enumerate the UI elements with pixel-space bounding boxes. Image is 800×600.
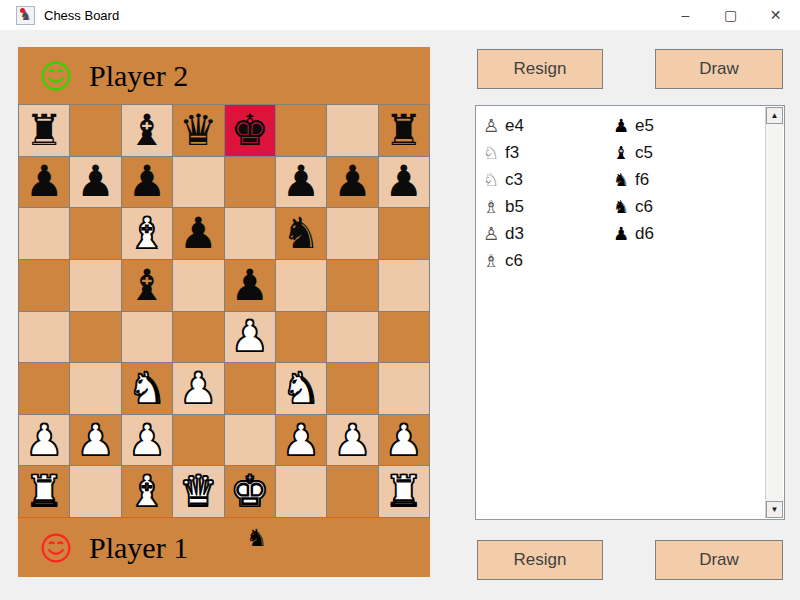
piece-white-pawn[interactable]: ♟ [128,419,167,462]
piece-white-bishop[interactable]: ♝ [128,470,167,513]
app-icon: ♞ [16,6,35,25]
white-piece-icon: ♘ [483,171,505,189]
square-f6[interactable]: ♞ [276,208,326,259]
player2-bar: Player 2 [18,47,430,104]
titlebar: ♞ Chess Board – ▢ ✕ [0,0,800,30]
square-f7[interactable]: ♟ [276,157,326,208]
board-panel: Player 2 ♜♝♛♚♜♟♟♟♟♟♟♝♟♞♝♟♟♞♟♞♟♟♟♟♟♟♜♝♛♚♜… [18,47,430,577]
square-d6[interactable]: ♟ [173,208,223,259]
square-g6[interactable] [327,208,377,259]
window-title: Chess Board [44,8,119,23]
square-b7[interactable]: ♟ [70,157,120,208]
black-piece-icon: ♝ [613,144,635,162]
white-move: ♗c6 [483,251,613,271]
square-g3[interactable] [327,363,377,414]
piece-white-pawn[interactable]: ♟ [230,315,269,358]
close-button[interactable]: ✕ [753,0,798,30]
piece-white-pawn[interactable]: ♟ [385,419,424,462]
move-row[interactable]: ♙e4♟e5 [483,112,760,139]
square-a5[interactable] [19,260,69,311]
square-h1[interactable]: ♜ [379,466,429,517]
white-move-text: e4 [505,116,524,136]
square-c8[interactable]: ♝ [122,105,172,156]
white-move-text: c6 [505,251,523,271]
resign-button-bottom[interactable]: Resign [477,540,603,580]
square-h6[interactable] [379,208,429,259]
white-move: ♙d3 [483,224,613,244]
square-e4[interactable]: ♟ [225,312,275,363]
square-g2[interactable]: ♟ [327,415,377,466]
white-move-text: c3 [505,170,523,190]
square-c7[interactable]: ♟ [122,157,172,208]
square-a1[interactable]: ♜ [19,466,69,517]
player1-captured-pieces: ♞ [246,526,268,550]
piece-white-rook[interactable]: ♜ [25,470,64,513]
piece-black-pawn[interactable]: ♟ [333,160,372,203]
piece-black-pawn[interactable]: ♟ [385,160,424,203]
square-e8[interactable]: ♚ [225,105,275,156]
black-move-text: d6 [635,224,654,244]
player1-bar: Player 1 ♞ [18,518,430,577]
square-a4[interactable] [19,312,69,363]
move-list-scrollbar[interactable]: ▲ ▼ [765,107,783,518]
piece-white-pawn[interactable]: ♟ [333,419,372,462]
move-list[interactable]: ♙e4♟e5♘f3♝c5♘c3♞f6♗b5♞c6♙d3♟d6♗c6 ▲ ▼ [475,105,785,520]
white-piece-icon: ♘ [483,144,505,162]
square-a7[interactable]: ♟ [19,157,69,208]
white-move: ♘f3 [483,143,613,163]
square-h2[interactable]: ♟ [379,415,429,466]
black-move: ♝c5 [613,143,760,163]
draw-button-bottom[interactable]: Draw [655,540,783,580]
square-a6[interactable] [19,208,69,259]
square-a2[interactable]: ♟ [19,415,69,466]
white-move: ♗b5 [483,197,613,217]
square-e2[interactable] [225,415,275,466]
square-g1[interactable] [327,466,377,517]
piece-black-bishop[interactable]: ♝ [128,264,167,307]
square-c6[interactable]: ♝ [122,208,172,259]
piece-black-bishop[interactable]: ♝ [128,109,167,152]
piece-white-queen[interactable]: ♛ [179,470,218,513]
scroll-down-button[interactable]: ▼ [766,501,783,518]
black-move-text: c6 [635,197,653,217]
piece-white-king[interactable]: ♚ [230,470,269,513]
move-row[interactable]: ♗c6 [483,247,760,274]
piece-white-pawn[interactable]: ♟ [179,367,218,410]
player2-smiley-icon [40,60,72,92]
black-piece-icon: ♟ [613,225,635,243]
black-move: ♞f6 [613,170,760,190]
square-c4[interactable] [122,312,172,363]
player1-name: Player 1 [89,531,188,565]
minimize-button[interactable]: – [663,0,708,30]
piece-black-knight[interactable]: ♞ [282,212,321,255]
square-c3[interactable]: ♞ [122,363,172,414]
square-a3[interactable] [19,363,69,414]
white-move-text: f3 [505,143,519,163]
square-b3[interactable] [70,363,120,414]
square-g7[interactable]: ♟ [327,157,377,208]
move-row[interactable]: ♘c3♞f6 [483,166,760,193]
piece-black-king[interactable]: ♚ [230,109,269,152]
move-row[interactable]: ♘f3♝c5 [483,139,760,166]
maximize-button[interactable]: ▢ [708,0,753,30]
square-d4[interactable] [173,312,223,363]
black-move-text: e5 [635,116,654,136]
square-h7[interactable]: ♟ [379,157,429,208]
resign-button-top[interactable]: Resign [477,49,603,89]
square-h4[interactable] [379,312,429,363]
square-e3[interactable] [225,363,275,414]
square-c2[interactable]: ♟ [122,415,172,466]
move-rows: ♙e4♟e5♘f3♝c5♘c3♞f6♗b5♞c6♙d3♟d6♗c6 [483,112,760,515]
piece-white-pawn[interactable]: ♟ [282,419,321,462]
piece-white-rook[interactable]: ♜ [385,470,424,513]
white-piece-icon: ♙ [483,117,505,135]
black-move: ♟d6 [613,224,760,244]
piece-white-pawn[interactable]: ♟ [25,419,64,462]
square-d5[interactable] [173,260,223,311]
square-f5[interactable] [276,260,326,311]
move-row[interactable]: ♗b5♞c6 [483,193,760,220]
piece-white-bishop[interactable]: ♝ [128,212,167,255]
window-controls: – ▢ ✕ [663,0,798,30]
piece-black-pawn[interactable]: ♟ [76,160,115,203]
square-c1[interactable]: ♝ [122,466,172,517]
black-move-text: c5 [635,143,653,163]
piece-black-pawn[interactable]: ♟ [230,264,269,307]
piece-black-pawn[interactable]: ♟ [25,160,64,203]
player2-name: Player 2 [89,59,188,93]
white-move-text: d3 [505,224,524,244]
black-piece-icon: ♞ [613,171,635,189]
square-g8[interactable] [327,105,377,156]
square-f8[interactable] [276,105,326,156]
square-d7[interactable] [173,157,223,208]
square-b6[interactable] [70,208,120,259]
white-piece-icon: ♙ [483,225,505,243]
chess-app-window: ♞ Chess Board – ▢ ✕ Player 2 ♜♝♛♚♜♟♟♟♟♟♟… [0,0,800,600]
piece-black-queen[interactable]: ♛ [179,109,218,152]
square-g4[interactable] [327,312,377,363]
player1-smiley-icon [40,532,72,564]
square-b2[interactable]: ♟ [70,415,120,466]
square-c5[interactable]: ♝ [122,260,172,311]
black-move-text: f6 [635,170,649,190]
square-g5[interactable] [327,260,377,311]
app-icon-red-dot [20,8,25,13]
square-f2[interactable]: ♟ [276,415,326,466]
board: ♜♝♛♚♜♟♟♟♟♟♟♝♟♞♝♟♟♞♟♞♟♟♟♟♟♟♜♝♛♚♜ [18,104,430,518]
square-b8[interactable] [70,105,120,156]
white-piece-icon: ♗ [483,252,505,270]
scroll-up-button[interactable]: ▲ [766,107,783,124]
square-e5[interactable]: ♟ [225,260,275,311]
square-a8[interactable]: ♜ [19,105,69,156]
square-h8[interactable]: ♜ [379,105,429,156]
piece-black-rook[interactable]: ♜ [385,109,424,152]
white-move: ♙e4 [483,116,613,136]
white-move-text: b5 [505,197,524,217]
black-move: ♞c6 [613,197,760,217]
square-e7[interactable] [225,157,275,208]
square-f3[interactable]: ♞ [276,363,326,414]
square-f1[interactable] [276,466,326,517]
white-move: ♘c3 [483,170,613,190]
piece-white-knight[interactable]: ♞ [282,367,321,410]
piece-black-pawn[interactable]: ♟ [179,212,218,255]
move-row[interactable]: ♙d3♟d6 [483,220,760,247]
piece-white-knight[interactable]: ♞ [128,367,167,410]
piece-black-pawn[interactable]: ♟ [128,160,167,203]
square-b1[interactable] [70,466,120,517]
draw-button-top[interactable]: Draw [655,49,783,89]
square-d2[interactable] [173,415,223,466]
square-h3[interactable] [379,363,429,414]
black-piece-icon: ♞ [613,198,635,216]
square-f4[interactable] [276,312,326,363]
square-e1[interactable]: ♚ [225,466,275,517]
square-b4[interactable] [70,312,120,363]
square-d3[interactable]: ♟ [173,363,223,414]
black-move: ♟e5 [613,116,760,136]
piece-black-rook[interactable]: ♜ [25,109,64,152]
square-h5[interactable] [379,260,429,311]
square-e6[interactable] [225,208,275,259]
square-d1[interactable]: ♛ [173,466,223,517]
square-d8[interactable]: ♛ [173,105,223,156]
white-piece-icon: ♗ [483,198,505,216]
square-b5[interactable] [70,260,120,311]
black-piece-icon: ♟ [613,117,635,135]
piece-white-pawn[interactable]: ♟ [76,419,115,462]
piece-black-pawn[interactable]: ♟ [282,160,321,203]
